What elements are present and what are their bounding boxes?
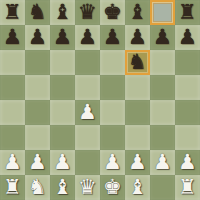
square-b8[interactable]: ♞ [25, 0, 50, 25]
chess-board: ♜♞♝♛♚♝♜♟♟♟♟♟♟♟♟♞♟♟♟♟♟♟♟♟♜♞♝♛♚♝♜ [0, 0, 200, 200]
square-h3[interactable] [175, 125, 200, 150]
black-queen[interactable]: ♛ [78, 0, 97, 25]
black-knight[interactable]: ♞ [28, 0, 47, 25]
white-queen[interactable]: ♛ [78, 175, 97, 200]
square-b4[interactable] [25, 100, 50, 125]
square-h4[interactable] [175, 100, 200, 125]
black-bishop[interactable]: ♝ [53, 0, 72, 25]
square-h1[interactable]: ♜ [175, 175, 200, 200]
square-c4[interactable] [50, 100, 75, 125]
square-b6[interactable] [25, 50, 50, 75]
square-h5[interactable] [175, 75, 200, 100]
square-c8[interactable]: ♝ [50, 0, 75, 25]
square-f6[interactable]: ♞ [125, 50, 150, 75]
square-e6[interactable] [100, 50, 125, 75]
square-e3[interactable] [100, 125, 125, 150]
black-pawn[interactable]: ♟ [28, 25, 47, 50]
square-g3[interactable] [150, 125, 175, 150]
square-g4[interactable] [150, 100, 175, 125]
white-pawn[interactable]: ♟ [178, 150, 197, 175]
white-pawn[interactable]: ♟ [53, 150, 72, 175]
black-pawn[interactable]: ♟ [53, 25, 72, 50]
white-bishop[interactable]: ♝ [128, 175, 147, 200]
black-pawn[interactable]: ♟ [178, 25, 197, 50]
black-king[interactable]: ♚ [103, 0, 122, 25]
square-f5[interactable] [125, 75, 150, 100]
square-a1[interactable]: ♜ [0, 175, 25, 200]
square-a4[interactable] [0, 100, 25, 125]
square-a3[interactable] [0, 125, 25, 150]
black-pawn[interactable]: ♟ [153, 25, 172, 50]
square-c2[interactable]: ♟ [50, 150, 75, 175]
square-c1[interactable]: ♝ [50, 175, 75, 200]
square-a2[interactable]: ♟ [0, 150, 25, 175]
square-d8[interactable]: ♛ [75, 0, 100, 25]
square-h7[interactable]: ♟ [175, 25, 200, 50]
square-f7[interactable]: ♟ [125, 25, 150, 50]
square-c7[interactable]: ♟ [50, 25, 75, 50]
square-a7[interactable]: ♟ [0, 25, 25, 50]
black-rook[interactable]: ♜ [178, 0, 197, 25]
square-f1[interactable]: ♝ [125, 175, 150, 200]
black-bishop[interactable]: ♝ [128, 0, 147, 25]
square-a6[interactable] [0, 50, 25, 75]
white-rook[interactable]: ♜ [178, 175, 197, 200]
square-h6[interactable] [175, 50, 200, 75]
square-e8[interactable]: ♚ [100, 0, 125, 25]
square-c3[interactable] [50, 125, 75, 150]
square-e4[interactable] [100, 100, 125, 125]
square-e1[interactable]: ♚ [100, 175, 125, 200]
square-g6[interactable] [150, 50, 175, 75]
square-e2[interactable]: ♟ [100, 150, 125, 175]
square-f8[interactable]: ♝ [125, 0, 150, 25]
square-g5[interactable] [150, 75, 175, 100]
square-d7[interactable]: ♟ [75, 25, 100, 50]
white-rook[interactable]: ♜ [3, 175, 22, 200]
square-g8[interactable] [150, 0, 175, 25]
square-e7[interactable]: ♟ [100, 25, 125, 50]
white-pawn[interactable]: ♟ [153, 150, 172, 175]
square-a5[interactable] [0, 75, 25, 100]
square-d6[interactable] [75, 50, 100, 75]
square-b3[interactable] [25, 125, 50, 150]
white-knight[interactable]: ♞ [28, 175, 47, 200]
square-f3[interactable] [125, 125, 150, 150]
square-h2[interactable]: ♟ [175, 150, 200, 175]
square-c5[interactable] [50, 75, 75, 100]
square-f2[interactable]: ♟ [125, 150, 150, 175]
black-pawn[interactable]: ♟ [103, 25, 122, 50]
black-pawn[interactable]: ♟ [78, 25, 97, 50]
white-pawn[interactable]: ♟ [3, 150, 22, 175]
square-g7[interactable]: ♟ [150, 25, 175, 50]
square-g2[interactable]: ♟ [150, 150, 175, 175]
black-knight[interactable]: ♞ [128, 50, 147, 75]
square-a8[interactable]: ♜ [0, 0, 25, 25]
white-pawn[interactable]: ♟ [28, 150, 47, 175]
square-d5[interactable] [75, 75, 100, 100]
square-c6[interactable] [50, 50, 75, 75]
square-b2[interactable]: ♟ [25, 150, 50, 175]
white-pawn[interactable]: ♟ [103, 150, 122, 175]
square-d4[interactable]: ♟ [75, 100, 100, 125]
square-d2[interactable] [75, 150, 100, 175]
square-b5[interactable] [25, 75, 50, 100]
square-h8[interactable]: ♜ [175, 0, 200, 25]
black-pawn[interactable]: ♟ [128, 25, 147, 50]
black-rook[interactable]: ♜ [3, 0, 22, 25]
square-e5[interactable] [100, 75, 125, 100]
white-bishop[interactable]: ♝ [53, 175, 72, 200]
square-d1[interactable]: ♛ [75, 175, 100, 200]
square-d3[interactable] [75, 125, 100, 150]
white-pawn[interactable]: ♟ [78, 100, 97, 125]
square-g1[interactable] [150, 175, 175, 200]
black-pawn[interactable]: ♟ [3, 25, 22, 50]
white-king[interactable]: ♚ [103, 175, 122, 200]
square-b7[interactable]: ♟ [25, 25, 50, 50]
square-b1[interactable]: ♞ [25, 175, 50, 200]
white-pawn[interactable]: ♟ [128, 150, 147, 175]
square-f4[interactable] [125, 100, 150, 125]
